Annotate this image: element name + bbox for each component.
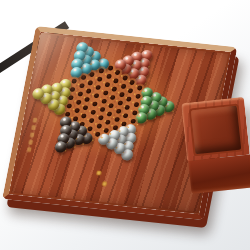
board-hole[interactable]	[115, 70, 121, 75]
board-hole[interactable]	[98, 68, 104, 73]
board-hole[interactable]	[76, 100, 82, 105]
board-hole[interactable]	[101, 98, 107, 103]
board-hole[interactable]	[114, 116, 120, 121]
board-hole[interactable]	[94, 131, 100, 136]
board-hole[interactable]	[77, 91, 83, 96]
drawer-compartment	[191, 106, 241, 155]
board-hole[interactable]	[112, 87, 118, 92]
board-hole[interactable]	[119, 92, 125, 97]
engraved-side-inscription	[25, 118, 39, 163]
board-hole[interactable]	[106, 73, 112, 78]
board-hole[interactable]	[130, 80, 136, 85]
board-hole[interactable]	[89, 118, 95, 123]
board-hole[interactable]	[89, 72, 95, 77]
engraved-character-mark	[96, 170, 102, 175]
board-hole[interactable]	[98, 115, 104, 120]
photo-background	[0, 0, 250, 250]
storage-drawer[interactable]	[181, 97, 250, 161]
board-hole[interactable]	[94, 93, 100, 98]
board-hole[interactable]	[121, 83, 127, 88]
board-hole[interactable]	[79, 83, 85, 88]
board-hole[interactable]	[110, 95, 116, 100]
marble-black[interactable]	[54, 141, 68, 153]
board-hole[interactable]	[90, 110, 96, 115]
board-hole[interactable]	[99, 106, 105, 111]
board-hole[interactable]	[88, 80, 94, 85]
board-hole[interactable]	[104, 82, 110, 87]
board-hole[interactable]	[103, 90, 109, 95]
board-hole[interactable]	[96, 123, 102, 128]
board-hole[interactable]	[103, 128, 109, 133]
board-hole[interactable]	[126, 97, 132, 102]
board-hole[interactable]	[87, 126, 93, 131]
board-hole[interactable]	[85, 96, 91, 101]
board-hole[interactable]	[81, 113, 87, 118]
board-hole[interactable]	[113, 78, 119, 83]
board-hole[interactable]	[97, 77, 103, 82]
board-hole[interactable]	[123, 113, 129, 118]
board-hole[interactable]	[128, 88, 134, 93]
board-hole[interactable]	[86, 88, 92, 93]
board-hole[interactable]	[95, 85, 101, 90]
engraved-character-mark	[102, 181, 108, 186]
board-hole[interactable]	[130, 118, 136, 123]
board-hole[interactable]	[83, 105, 89, 110]
board-hole[interactable]	[125, 105, 131, 110]
board-hole[interactable]	[108, 103, 114, 108]
board-hole[interactable]	[80, 75, 86, 80]
board-hole[interactable]	[74, 108, 80, 113]
board-hole[interactable]	[116, 108, 122, 113]
board-hole[interactable]	[70, 86, 76, 91]
board-hole[interactable]	[135, 93, 141, 98]
board-hole[interactable]	[67, 103, 73, 108]
board-hole[interactable]	[107, 111, 113, 116]
board-hole[interactable]	[92, 101, 98, 106]
board-hole[interactable]	[137, 85, 143, 90]
board-hole[interactable]	[117, 100, 123, 105]
board-hole[interactable]	[105, 120, 111, 125]
board-hole[interactable]	[72, 78, 78, 83]
board-hole[interactable]	[122, 75, 128, 80]
